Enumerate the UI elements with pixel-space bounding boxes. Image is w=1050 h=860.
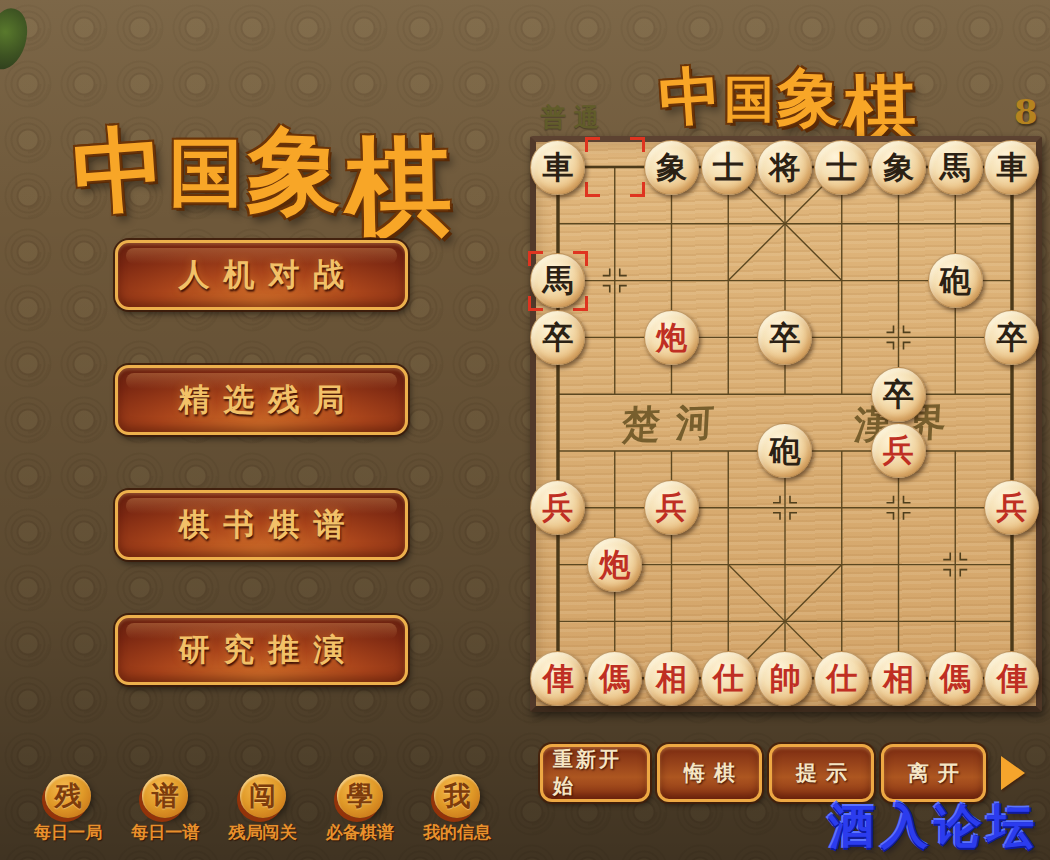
shortcut-row: 残 每日一局 谱 每日一谱 闯 残局闯关 學 必备棋谱 我 我的信息: [0, 774, 525, 844]
shortcut-endgame-challenge[interactable]: 闯 残局闯关: [217, 774, 309, 844]
leave-button-label: 离开: [899, 759, 968, 787]
my-info-piece-icon: 我: [434, 774, 480, 818]
piece-black-馬[interactable]: 馬: [928, 140, 983, 195]
piece-red-俥[interactable]: 俥: [984, 651, 1039, 706]
piece-black-卒[interactable]: 卒: [984, 310, 1039, 365]
main-menu-panel: 中国象棋 人机对战 精选残局 棋书棋谱 研究推演 残 每日一局 谱 每日一谱: [0, 0, 525, 860]
piece-red-兵[interactable]: 兵: [644, 480, 699, 535]
menu-button-books[interactable]: 棋书棋谱: [115, 490, 408, 560]
last-move-corner: [585, 182, 600, 197]
shortcut-essential-manuals[interactable]: 學 必备棋谱: [314, 774, 406, 844]
menu-button-research[interactable]: 研究推演: [115, 615, 408, 685]
piece-black-卒[interactable]: 卒: [757, 310, 812, 365]
piece-red-仕[interactable]: 仕: [814, 651, 869, 706]
logo-char: 中: [70, 121, 168, 219]
undo-button[interactable]: 悔棋: [657, 744, 762, 802]
piece-red-兵[interactable]: 兵: [871, 423, 926, 478]
piece-red-炮[interactable]: 炮: [587, 537, 642, 592]
shortcut-my-info[interactable]: 我 我的信息: [411, 774, 503, 844]
piece-black-砲[interactable]: 砲: [757, 423, 812, 478]
app-logo-left: 中国象棋: [0, 124, 525, 231]
xiangqi-board[interactable]: 楚河 漢界 車象士将士象馬車馬砲卒炮卒卒卒砲兵兵兵兵炮俥傌相仕帥仕相傌俥: [530, 136, 1042, 712]
piece-grid[interactable]: 車象士将士象馬車馬砲卒炮卒卒卒砲兵兵兵兵炮俥傌相仕帥仕相傌俥: [530, 139, 1041, 707]
piece-black-将[interactable]: 将: [757, 140, 812, 195]
logo-char: 棋: [344, 132, 453, 241]
shortcut-daily-manual-label: 每日一谱: [131, 821, 199, 844]
last-move-corner: [630, 182, 645, 197]
difficulty-label: 普通: [541, 101, 627, 139]
menu-button-pvp-label: 人机对战: [165, 254, 359, 296]
game-panel: 中国象棋 普通 8 楚河 漢界 車象士将士象馬車馬砲卒炮卒卒卒砲兵兵兵兵炮俥傌相…: [525, 0, 1050, 860]
piece-black-士[interactable]: 士: [701, 140, 756, 195]
restart-button[interactable]: 重新开始: [540, 744, 650, 802]
piece-red-相[interactable]: 相: [644, 651, 699, 706]
logo-char: 国: [169, 135, 243, 209]
main-menu: 人机对战 精选残局 棋书棋谱 研究推演: [115, 240, 408, 740]
piece-red-帥[interactable]: 帥: [757, 651, 812, 706]
menu-button-books-label: 棋书棋谱: [165, 504, 359, 546]
menu-button-research-label: 研究推演: [165, 629, 359, 671]
app-root: 中国象棋 人机对战 精选残局 棋书棋谱 研究推演 残 每日一局 谱 每日一谱: [0, 0, 1050, 860]
piece-black-砲[interactable]: 砲: [928, 253, 983, 308]
logo-char: 中: [657, 63, 723, 129]
shortcut-daily-game-label: 每日一局: [34, 821, 102, 844]
daily-manual-piece-icon: 谱: [142, 774, 188, 818]
piece-black-卒[interactable]: 卒: [871, 367, 926, 422]
logo-char: 棋: [843, 71, 916, 144]
piece-black-士[interactable]: 士: [814, 140, 869, 195]
piece-red-兵[interactable]: 兵: [984, 480, 1039, 535]
piece-black-車[interactable]: 車: [984, 140, 1039, 195]
leave-button[interactable]: 离开: [881, 744, 986, 802]
last-move-marker: [587, 139, 643, 195]
restart-button-label: 重新开始: [553, 746, 637, 800]
daily-manual-icon-char: 谱: [152, 778, 179, 814]
undo-button-label: 悔棋: [675, 759, 744, 787]
last-move-corner: [630, 137, 645, 152]
piece-black-象[interactable]: 象: [644, 140, 699, 195]
piece-red-炮[interactable]: 炮: [644, 310, 699, 365]
shortcut-daily-game[interactable]: 残 每日一局: [22, 774, 114, 844]
hint-button[interactable]: 提示: [769, 744, 874, 802]
shortcut-endgame-challenge-label: 残局闯关: [229, 821, 297, 844]
piece-black-象[interactable]: 象: [871, 140, 926, 195]
piece-red-仕[interactable]: 仕: [701, 651, 756, 706]
hint-button-label: 提示: [787, 759, 856, 787]
my-info-icon-char: 我: [444, 778, 471, 814]
piece-red-傌[interactable]: 傌: [928, 651, 983, 706]
menu-button-endgames-label: 精选残局: [165, 379, 359, 421]
menu-button-endgames[interactable]: 精选残局: [115, 365, 408, 435]
logo-char: 国: [724, 73, 774, 123]
logo-char: 象: [245, 122, 343, 220]
shortcut-daily-manual[interactable]: 谱 每日一谱: [119, 774, 211, 844]
endgame-challenge-piece-icon: 闯: [240, 774, 286, 818]
watermark: 酒入论坛: [828, 795, 1040, 858]
shortcut-essential-manuals-label: 必备棋谱: [326, 821, 394, 844]
shortcut-my-info-label: 我的信息: [423, 821, 491, 844]
essential-manuals-piece-icon: 學: [337, 774, 383, 818]
piece-red-傌[interactable]: 傌: [587, 651, 642, 706]
piece-black-車[interactable]: 車: [530, 140, 585, 195]
menu-button-pvp[interactable]: 人机对战: [115, 240, 408, 310]
move-counter: 8: [1014, 92, 1038, 132]
daily-game-piece-icon: 残: [45, 774, 91, 818]
piece-red-俥[interactable]: 俥: [530, 651, 585, 706]
piece-red-兵[interactable]: 兵: [530, 480, 585, 535]
piece-red-相[interactable]: 相: [871, 651, 926, 706]
essential-manuals-icon-char: 學: [346, 778, 373, 814]
action-bar: 重新开始 悔棋 提示 离开: [540, 744, 1025, 802]
piece-black-卒[interactable]: 卒: [530, 310, 585, 365]
endgame-challenge-icon-char: 闯: [249, 778, 276, 814]
logo-char: 象: [776, 64, 842, 130]
last-move-corner: [585, 137, 600, 152]
next-arrow-icon[interactable]: [1001, 756, 1025, 790]
daily-game-icon-char: 残: [55, 778, 82, 814]
